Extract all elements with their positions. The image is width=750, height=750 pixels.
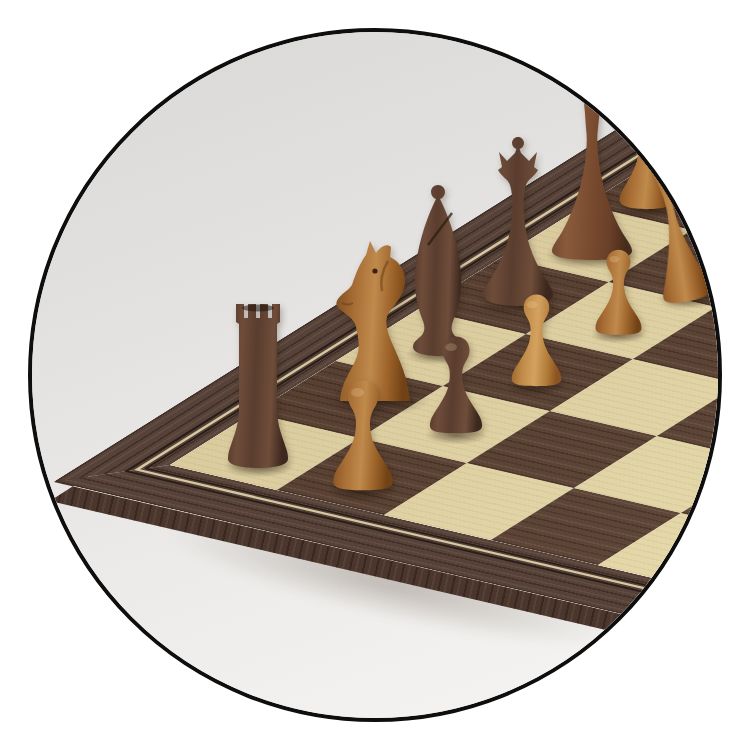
photo-stage (0, 0, 750, 750)
square-a3 (705, 538, 722, 615)
scene (28, 28, 722, 722)
photo-vignette (28, 28, 722, 722)
square-e6 (716, 255, 722, 332)
piece-dark-pawn-b7 (427, 328, 485, 438)
square-g8 (668, 101, 722, 178)
piece-light-golden-pawn-c7 (509, 287, 564, 390)
piece-golden-pawn-tall-partial-e7 (632, 164, 721, 309)
piece-dark-rook-a8 (226, 300, 290, 470)
square-f7 (692, 178, 722, 255)
piece-dark-red-king-e8 (548, 28, 636, 260)
piece-golden-pawn-d7 (593, 243, 644, 338)
piece-dark-queen-d8 (480, 136, 556, 308)
piece-golden-pawn-a7 (330, 371, 396, 495)
pieces-layer (28, 28, 722, 722)
